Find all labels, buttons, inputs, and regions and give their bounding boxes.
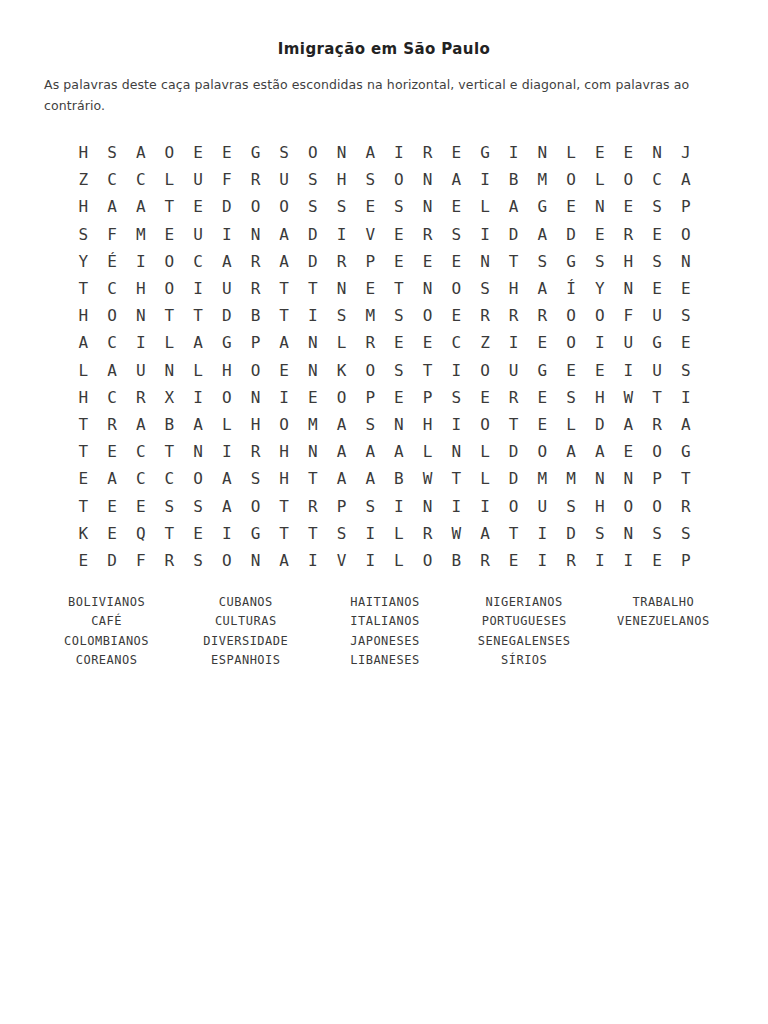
grid-cell: N bbox=[299, 329, 328, 356]
grid-cell: I bbox=[126, 248, 155, 275]
grid-cell: S bbox=[327, 520, 356, 547]
grid-cell: I bbox=[528, 547, 557, 574]
grid-cell: E bbox=[413, 329, 442, 356]
grid-cell: P bbox=[241, 329, 270, 356]
grid-cell: L bbox=[471, 438, 500, 465]
grid-cell: D bbox=[557, 520, 586, 547]
grid-cell: T bbox=[671, 465, 700, 492]
grid-cell: N bbox=[327, 139, 356, 166]
grid-cell: D bbox=[499, 465, 528, 492]
grid-cell: T bbox=[270, 302, 299, 329]
grid-cell: O bbox=[184, 465, 213, 492]
grid-cell: H bbox=[241, 411, 270, 438]
grid-cell: E bbox=[98, 492, 127, 519]
grid-cell: I bbox=[327, 221, 356, 248]
grid-cell: R bbox=[241, 166, 270, 193]
grid-cell: N bbox=[614, 275, 643, 302]
grid-cell: S bbox=[643, 520, 672, 547]
grid-cell: É bbox=[98, 248, 127, 275]
grid-cell: M bbox=[126, 221, 155, 248]
grid-cell: Y bbox=[585, 275, 614, 302]
grid-cell: O bbox=[643, 438, 672, 465]
grid-cell: N bbox=[413, 492, 442, 519]
grid-cell: T bbox=[69, 492, 98, 519]
grid-cell: T bbox=[69, 275, 98, 302]
grid-cell: A bbox=[126, 139, 155, 166]
grid-cell: O bbox=[155, 139, 184, 166]
word-list-item: PORTUGUESES bbox=[455, 612, 594, 631]
grid-cell: A bbox=[212, 465, 241, 492]
grid-cell: A bbox=[212, 492, 241, 519]
grid-cell: N bbox=[471, 248, 500, 275]
word-list-item: CUBANOS bbox=[176, 593, 315, 612]
grid-cell: R bbox=[643, 411, 672, 438]
grid-cell: E bbox=[299, 384, 328, 411]
grid-cell: M bbox=[356, 302, 385, 329]
grid-cell: L bbox=[155, 329, 184, 356]
grid-cell: E bbox=[413, 248, 442, 275]
grid-cell: V bbox=[356, 221, 385, 248]
word-list-item: COLOMBIANOS bbox=[37, 632, 176, 651]
grid-cell: U bbox=[212, 275, 241, 302]
grid-cell: E bbox=[385, 384, 414, 411]
grid-cell: R bbox=[528, 302, 557, 329]
grid-cell: C bbox=[126, 166, 155, 193]
grid-cell: C bbox=[184, 248, 213, 275]
grid-cell: M bbox=[528, 465, 557, 492]
grid-cell: Í bbox=[557, 275, 586, 302]
grid-cell: I bbox=[442, 411, 471, 438]
grid-cell: S bbox=[184, 547, 213, 574]
grid-cell: E bbox=[184, 520, 213, 547]
grid-cell: H bbox=[585, 492, 614, 519]
grid-cell: O bbox=[614, 166, 643, 193]
grid-cell: E bbox=[155, 221, 184, 248]
grid-cell: A bbox=[499, 193, 528, 220]
grid-cell: H bbox=[212, 357, 241, 384]
grid-cell: O bbox=[471, 357, 500, 384]
grid-cell: O bbox=[155, 275, 184, 302]
grid-cell: H bbox=[614, 248, 643, 275]
grid-cell: A bbox=[184, 329, 213, 356]
grid-cell: S bbox=[385, 302, 414, 329]
grid-cell: Y bbox=[69, 248, 98, 275]
grid-cell: S bbox=[155, 492, 184, 519]
grid-cell: G bbox=[643, 329, 672, 356]
grid-cell: I bbox=[270, 384, 299, 411]
grid-cell: N bbox=[585, 193, 614, 220]
grid-cell: C bbox=[442, 329, 471, 356]
grid-cell: G bbox=[671, 438, 700, 465]
grid-cell: R bbox=[413, 221, 442, 248]
grid-cell: T bbox=[69, 438, 98, 465]
grid-cell: I bbox=[614, 357, 643, 384]
grid-cell: E bbox=[442, 302, 471, 329]
grid-cell: E bbox=[356, 193, 385, 220]
grid-cell: S bbox=[585, 520, 614, 547]
word-list-column: HAITIANOSITALIANOSJAPONESESLIBANESES bbox=[315, 593, 454, 671]
grid-cell: W bbox=[413, 465, 442, 492]
grid-cell: D bbox=[299, 248, 328, 275]
grid-cell: S bbox=[671, 357, 700, 384]
grid-cell: L bbox=[557, 139, 586, 166]
grid-cell: H bbox=[499, 275, 528, 302]
grid-cell: O bbox=[270, 193, 299, 220]
grid-cell: A bbox=[126, 411, 155, 438]
grid-cell: C bbox=[98, 275, 127, 302]
grid-cell: I bbox=[499, 329, 528, 356]
grid-cell: A bbox=[98, 193, 127, 220]
grid-cell: S bbox=[356, 411, 385, 438]
grid-cell: R bbox=[671, 492, 700, 519]
grid-cell: B bbox=[241, 302, 270, 329]
grid-cell: H bbox=[270, 438, 299, 465]
grid-cell: S bbox=[385, 193, 414, 220]
grid-cell: T bbox=[155, 193, 184, 220]
grid-cell: O bbox=[212, 384, 241, 411]
grid-cell: E bbox=[585, 221, 614, 248]
grid-cell: T bbox=[299, 465, 328, 492]
grid-cell: T bbox=[299, 520, 328, 547]
grid-cell: O bbox=[557, 302, 586, 329]
grid-cell: M bbox=[557, 465, 586, 492]
word-list-item: VENEZUELANOS bbox=[594, 612, 733, 631]
grid-cell: M bbox=[299, 411, 328, 438]
grid-cell: C bbox=[98, 329, 127, 356]
grid-cell: I bbox=[528, 520, 557, 547]
grid-cell: R bbox=[413, 139, 442, 166]
grid-cell: E bbox=[643, 547, 672, 574]
grid-cell: A bbox=[98, 465, 127, 492]
grid-cell: R bbox=[241, 275, 270, 302]
grid-cell: I bbox=[212, 520, 241, 547]
grid-cell: S bbox=[585, 248, 614, 275]
grid-cell: N bbox=[413, 166, 442, 193]
grid-cell: A bbox=[327, 411, 356, 438]
grid-cell: E bbox=[270, 357, 299, 384]
puzzle-instructions: As palavras deste caça palavras estão es… bbox=[44, 74, 744, 116]
grid-cell: N bbox=[327, 275, 356, 302]
grid-cell: A bbox=[614, 411, 643, 438]
grid-cell: A bbox=[671, 166, 700, 193]
grid-cell: C bbox=[643, 166, 672, 193]
grid-cell: P bbox=[643, 465, 672, 492]
grid-cell: E bbox=[385, 221, 414, 248]
grid-cell: N bbox=[241, 547, 270, 574]
grid-cell: T bbox=[270, 520, 299, 547]
grid-cell: O bbox=[671, 221, 700, 248]
grid-cell: S bbox=[442, 384, 471, 411]
grid-cell: T bbox=[299, 275, 328, 302]
grid-cell: A bbox=[126, 193, 155, 220]
grid-cell: I bbox=[212, 221, 241, 248]
word-list-column: NIGERIANOSPORTUGUESESSENEGALENSESSÍRIOS bbox=[455, 593, 594, 671]
grid-cell: E bbox=[557, 357, 586, 384]
grid-cell: T bbox=[499, 411, 528, 438]
grid-cell: N bbox=[241, 384, 270, 411]
grid-cell: L bbox=[585, 166, 614, 193]
grid-cell: U bbox=[643, 357, 672, 384]
grid-cell: S bbox=[471, 275, 500, 302]
grid-cell: D bbox=[212, 193, 241, 220]
grid-cell: T bbox=[155, 520, 184, 547]
grid-cell: S bbox=[327, 193, 356, 220]
word-list-item: JAPONESES bbox=[315, 632, 454, 651]
grid-cell: I bbox=[442, 492, 471, 519]
grid-cell: E bbox=[643, 275, 672, 302]
grid-cell: Q bbox=[126, 520, 155, 547]
grid-cell: H bbox=[69, 302, 98, 329]
grid-cell: I bbox=[356, 547, 385, 574]
grid-cell: H bbox=[585, 384, 614, 411]
grid-cell: O bbox=[585, 302, 614, 329]
grid-cell: O bbox=[241, 492, 270, 519]
grid-cell: T bbox=[413, 357, 442, 384]
grid-cell: S bbox=[356, 492, 385, 519]
grid-cell: H bbox=[413, 411, 442, 438]
grid-cell: R bbox=[241, 248, 270, 275]
grid-cell: S bbox=[270, 139, 299, 166]
grid-cell: E bbox=[69, 547, 98, 574]
grid-cell: S bbox=[356, 166, 385, 193]
grid-cell: E bbox=[442, 248, 471, 275]
grid-cell: P bbox=[356, 384, 385, 411]
grid-cell: C bbox=[98, 384, 127, 411]
grid-cell: P bbox=[413, 384, 442, 411]
grid-cell: T bbox=[270, 275, 299, 302]
grid-cell: P bbox=[671, 547, 700, 574]
grid-cell: R bbox=[299, 492, 328, 519]
grid-cell: O bbox=[643, 492, 672, 519]
grid-cell: A bbox=[557, 438, 586, 465]
grid-cell: I bbox=[471, 492, 500, 519]
grid-cell: E bbox=[126, 492, 155, 519]
grid-cell: P bbox=[671, 193, 700, 220]
grid-cell: S bbox=[69, 221, 98, 248]
grid-cell: T bbox=[643, 384, 672, 411]
word-list-item: ITALIANOS bbox=[315, 612, 454, 631]
grid-cell: O bbox=[471, 411, 500, 438]
grid-cell: D bbox=[299, 221, 328, 248]
grid-cell: B bbox=[155, 411, 184, 438]
grid-cell: O bbox=[557, 166, 586, 193]
grid-cell: T bbox=[499, 520, 528, 547]
grid-cell: S bbox=[442, 221, 471, 248]
grid-cell: S bbox=[557, 384, 586, 411]
grid-cell: O bbox=[557, 329, 586, 356]
grid-cell: O bbox=[299, 139, 328, 166]
grid-cell: L bbox=[155, 166, 184, 193]
grid-cell: U bbox=[270, 166, 299, 193]
grid-cell: N bbox=[614, 465, 643, 492]
grid-cell: R bbox=[471, 547, 500, 574]
grid-cell: N bbox=[413, 193, 442, 220]
grid-cell: C bbox=[126, 465, 155, 492]
grid-cell: N bbox=[385, 411, 414, 438]
grid-cell: R bbox=[471, 302, 500, 329]
grid-cell: U bbox=[499, 357, 528, 384]
grid-cell: N bbox=[299, 357, 328, 384]
grid-cell: H bbox=[69, 384, 98, 411]
grid-cell: K bbox=[69, 520, 98, 547]
grid-cell: E bbox=[671, 329, 700, 356]
grid-cell: L bbox=[69, 357, 98, 384]
grid-cell: E bbox=[643, 221, 672, 248]
grid-cell: L bbox=[471, 465, 500, 492]
grid-cell: S bbox=[557, 492, 586, 519]
grid-cell: N bbox=[126, 302, 155, 329]
grid-cell: A bbox=[671, 411, 700, 438]
grid-cell: N bbox=[241, 221, 270, 248]
grid-cell: S bbox=[671, 302, 700, 329]
grid-cell: T bbox=[499, 248, 528, 275]
grid-cell: Z bbox=[471, 329, 500, 356]
grid-cell: F bbox=[212, 166, 241, 193]
grid-cell: A bbox=[270, 329, 299, 356]
grid-cell: H bbox=[126, 275, 155, 302]
grid-cell: G bbox=[528, 193, 557, 220]
grid-cell: N bbox=[413, 275, 442, 302]
grid-cell: O bbox=[413, 547, 442, 574]
word-list-item: SENEGALENSES bbox=[455, 632, 594, 651]
grid-cell: B bbox=[442, 547, 471, 574]
word-list-item: ESPANHOIS bbox=[176, 651, 315, 670]
grid-cell: A bbox=[212, 248, 241, 275]
grid-cell: I bbox=[385, 492, 414, 519]
grid-cell: G bbox=[241, 139, 270, 166]
grid-cell: I bbox=[212, 438, 241, 465]
grid-cell: A bbox=[69, 329, 98, 356]
grid-cell: B bbox=[499, 166, 528, 193]
grid-cell: N bbox=[671, 248, 700, 275]
grid-cell: R bbox=[499, 384, 528, 411]
grid-cell: L bbox=[327, 329, 356, 356]
grid-cell: S bbox=[643, 193, 672, 220]
grid-cell: F bbox=[614, 302, 643, 329]
grid-cell: I bbox=[585, 329, 614, 356]
grid-cell: G bbox=[212, 329, 241, 356]
grid-cell: O bbox=[98, 302, 127, 329]
grid-cell: A bbox=[356, 438, 385, 465]
grid-cell: A bbox=[270, 221, 299, 248]
grid-cell: L bbox=[557, 411, 586, 438]
grid-cell: H bbox=[69, 139, 98, 166]
grid-cell: D bbox=[499, 438, 528, 465]
grid-cell: J bbox=[671, 139, 700, 166]
grid-cell: U bbox=[126, 357, 155, 384]
grid-cell: S bbox=[385, 357, 414, 384]
grid-cell: E bbox=[184, 193, 213, 220]
grid-cell: I bbox=[299, 302, 328, 329]
grid-cell: O bbox=[212, 547, 241, 574]
grid-cell: L bbox=[385, 520, 414, 547]
grid-cell: T bbox=[385, 275, 414, 302]
grid-cell: S bbox=[299, 166, 328, 193]
grid-cell: O bbox=[270, 411, 299, 438]
grid-cell: E bbox=[98, 520, 127, 547]
grid-cell: E bbox=[356, 275, 385, 302]
grid-cell: H bbox=[69, 193, 98, 220]
grid-cell: E bbox=[614, 139, 643, 166]
grid-cell: R bbox=[241, 438, 270, 465]
grid-cell: E bbox=[184, 139, 213, 166]
word-list-item: DIVERSIDADE bbox=[176, 632, 315, 651]
grid-cell: U bbox=[528, 492, 557, 519]
word-list-item: BOLIVIANOS bbox=[37, 593, 176, 612]
grid-cell: A bbox=[585, 438, 614, 465]
grid-cell: D bbox=[557, 221, 586, 248]
grid-cell: Z bbox=[69, 166, 98, 193]
word-list-column: TRABALHOVENEZUELANOS bbox=[594, 593, 733, 671]
grid-cell: H bbox=[327, 166, 356, 193]
grid-cell: N bbox=[299, 438, 328, 465]
grid-cell: A bbox=[471, 520, 500, 547]
grid-cell: S bbox=[241, 465, 270, 492]
grid-cell: L bbox=[471, 193, 500, 220]
grid-cell: I bbox=[471, 221, 500, 248]
grid-cell: N bbox=[184, 438, 213, 465]
grid-cell: R bbox=[356, 329, 385, 356]
grid-cell: C bbox=[98, 166, 127, 193]
grid-cell: G bbox=[557, 248, 586, 275]
grid-cell: I bbox=[614, 547, 643, 574]
puzzle-title: Imigração em São Paulo bbox=[0, 0, 768, 58]
grid-cell: C bbox=[155, 465, 184, 492]
word-list-column: CUBANOSCULTURASDIVERSIDADEESPANHOIS bbox=[176, 593, 315, 671]
grid-cell: S bbox=[528, 248, 557, 275]
word-list-item: NIGERIANOS bbox=[455, 593, 594, 612]
word-list-item: HAITIANOS bbox=[315, 593, 454, 612]
grid-cell: X bbox=[155, 384, 184, 411]
grid-cell: E bbox=[98, 438, 127, 465]
grid-cell: S bbox=[643, 248, 672, 275]
grid-cell: A bbox=[528, 221, 557, 248]
grid-cell: S bbox=[671, 520, 700, 547]
grid-cell: I bbox=[671, 384, 700, 411]
grid-cell: T bbox=[270, 492, 299, 519]
grid-cell: T bbox=[184, 302, 213, 329]
grid-cell: E bbox=[499, 547, 528, 574]
grid-cell: I bbox=[299, 547, 328, 574]
grid-cell: O bbox=[241, 193, 270, 220]
grid-cell: O bbox=[241, 357, 270, 384]
grid-cell: N bbox=[155, 357, 184, 384]
grid-cell: I bbox=[126, 329, 155, 356]
word-list-item: SÍRIOS bbox=[455, 651, 594, 670]
grid-cell: L bbox=[212, 411, 241, 438]
grid-cell: R bbox=[557, 547, 586, 574]
grid-cell: N bbox=[643, 139, 672, 166]
grid-cell: D bbox=[585, 411, 614, 438]
grid-cell: O bbox=[327, 384, 356, 411]
grid-cell: E bbox=[614, 438, 643, 465]
grid-cell: R bbox=[98, 411, 127, 438]
grid-cell: I bbox=[499, 139, 528, 166]
grid-cell: N bbox=[614, 520, 643, 547]
grid-cell: W bbox=[614, 384, 643, 411]
grid-cell: T bbox=[155, 438, 184, 465]
grid-cell: E bbox=[528, 384, 557, 411]
grid-cell: E bbox=[528, 329, 557, 356]
grid-cell: R bbox=[499, 302, 528, 329]
grid-cell: G bbox=[471, 139, 500, 166]
grid-cell: E bbox=[614, 193, 643, 220]
grid-cell: E bbox=[385, 329, 414, 356]
grid-cell: E bbox=[442, 193, 471, 220]
grid-cell: R bbox=[155, 547, 184, 574]
grid-cell: L bbox=[385, 547, 414, 574]
grid-cell: D bbox=[212, 302, 241, 329]
